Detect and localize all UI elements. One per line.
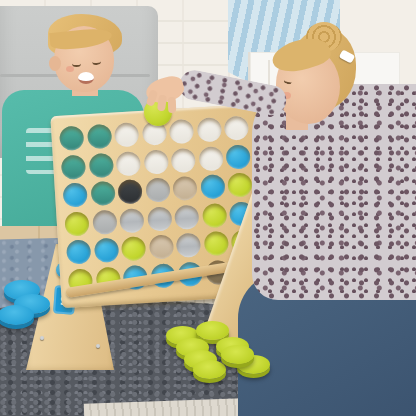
cell-r4c4[interactable] — [145, 205, 173, 233]
blue-disc — [225, 144, 250, 169]
cell-r2c3[interactable] — [115, 150, 143, 178]
cell-r5c3[interactable] — [120, 235, 148, 263]
empty-hole — [174, 204, 199, 229]
blue-disc — [66, 239, 91, 264]
boy-eye-left — [72, 60, 81, 67]
cell-r1c6[interactable] — [195, 116, 223, 144]
cell-r2c7[interactable] — [224, 143, 252, 171]
cell-r3c1[interactable] — [61, 181, 89, 209]
cell-r4c1[interactable] — [63, 210, 91, 238]
cell-r4c3[interactable] — [118, 206, 146, 234]
empty-hole — [114, 122, 139, 147]
cell-r5c2[interactable] — [92, 237, 120, 265]
empty-hole — [224, 115, 249, 140]
cell-r5c6[interactable] — [202, 230, 230, 258]
empty-hole — [88, 152, 113, 177]
boy-smile — [78, 72, 94, 84]
empty-hole — [119, 207, 144, 232]
empty-hole — [61, 154, 86, 179]
cell-r3c3[interactable] — [116, 178, 144, 206]
empty-hole — [148, 234, 173, 259]
yellow-disc — [64, 211, 89, 236]
cell-r3c7[interactable] — [226, 171, 254, 199]
cell-r2c4[interactable] — [142, 148, 170, 176]
empty-hole — [92, 209, 117, 234]
empty-hole — [196, 117, 221, 142]
cell-r5c1[interactable] — [65, 238, 93, 266]
cell-r3c6[interactable] — [199, 173, 227, 201]
empty-hole — [116, 151, 141, 176]
empty-hole — [143, 149, 168, 174]
cell-r4c2[interactable] — [91, 208, 119, 236]
yellow-disc — [203, 231, 228, 256]
cell-r1c3[interactable] — [113, 121, 141, 149]
screw-icon — [96, 344, 100, 348]
screw-icon — [40, 336, 44, 340]
blue-disc — [62, 182, 87, 207]
cell-r2c1[interactable] — [60, 153, 88, 181]
cell-r1c1[interactable] — [58, 124, 86, 152]
empty-hole — [59, 125, 84, 150]
yellow-disc — [227, 172, 252, 197]
yellow-disc — [121, 236, 146, 261]
boy-cheek — [66, 66, 74, 72]
empty-hole — [171, 147, 196, 172]
cell-r1c7[interactable] — [223, 114, 251, 142]
yellow-disc — [201, 202, 226, 227]
empty-hole — [117, 179, 142, 204]
girl-floral-top — [252, 84, 416, 300]
empty-hole — [172, 176, 197, 201]
cell-r2c2[interactable] — [87, 151, 115, 179]
scene-giant-connect-four: s — [0, 0, 416, 416]
empty-hole — [147, 206, 172, 231]
empty-hole — [86, 124, 111, 149]
girl-finger — [168, 97, 177, 113]
cell-r4c5[interactable] — [173, 203, 201, 231]
cell-r3c4[interactable] — [144, 176, 172, 204]
empty-hole — [90, 181, 115, 206]
cell-r1c5[interactable] — [168, 118, 196, 146]
blue-disc — [93, 238, 118, 263]
empty-hole — [169, 119, 194, 144]
cell-r3c2[interactable] — [89, 180, 117, 208]
cell-r2c6[interactable] — [197, 144, 225, 172]
empty-hole — [198, 146, 223, 171]
cell-r5c4[interactable] — [147, 233, 175, 261]
blue-disc — [200, 174, 225, 199]
cell-r4c6[interactable] — [200, 201, 228, 229]
cell-r1c2[interactable] — [85, 123, 113, 151]
boy-ear — [49, 56, 61, 71]
empty-hole — [145, 177, 170, 202]
empty-hole — [176, 233, 201, 258]
cell-r3c5[interactable] — [171, 175, 199, 203]
cell-r5c5[interactable] — [175, 232, 203, 260]
cell-r2c5[interactable] — [169, 146, 197, 174]
